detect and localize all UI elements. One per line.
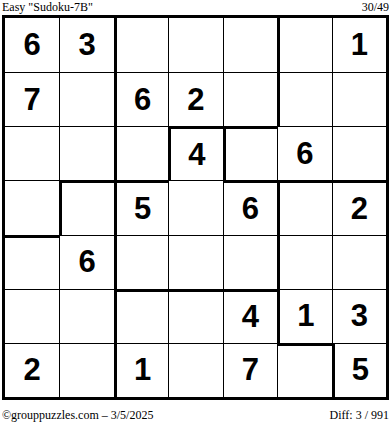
cell-r1c4-empty[interactable] (168, 18, 222, 72)
cell-r7c4-empty[interactable] (168, 343, 222, 397)
cell-r3c5-empty[interactable] (223, 126, 277, 180)
cell-r5c2-given: 6 (59, 235, 113, 289)
cell-r6c5-given: 4 (223, 289, 277, 343)
cell-r5c6-empty[interactable] (277, 235, 331, 289)
cell-r2c1-given: 7 (5, 72, 59, 126)
cell-r7c6-empty[interactable] (277, 343, 331, 397)
cell-r6c6-given: 1 (277, 289, 331, 343)
cell-r3c7-empty[interactable] (332, 126, 386, 180)
cell-r4c1-empty[interactable] (5, 180, 59, 234)
cell-r7c3-given: 1 (114, 343, 168, 397)
copyright-date-label: ©grouppuzzles.com – 3/5/2025 (2, 409, 153, 422)
sudoku-board: 6317624656264132175 (2, 15, 389, 400)
cell-r5c4-empty[interactable] (168, 235, 222, 289)
cell-r4c6-empty[interactable] (277, 180, 331, 234)
cell-r2c5-empty[interactable] (223, 72, 277, 126)
cell-r2c6-empty[interactable] (277, 72, 331, 126)
cell-r5c5-empty[interactable] (223, 235, 277, 289)
puzzle-title: Easy "Sudoku-7B" (2, 1, 93, 14)
cell-r1c5-empty[interactable] (223, 18, 277, 72)
cell-r3c1-empty[interactable] (5, 126, 59, 180)
cell-r7c2-empty[interactable] (59, 343, 113, 397)
cell-r1c1-given: 6 (5, 18, 59, 72)
cell-r5c7-empty[interactable] (332, 235, 386, 289)
cell-r1c2-given: 3 (59, 18, 113, 72)
cell-r1c6-empty[interactable] (277, 18, 331, 72)
cell-r6c7-given: 3 (332, 289, 386, 343)
cell-r5c1-empty[interactable] (5, 235, 59, 289)
cell-r4c3-given: 5 (114, 180, 168, 234)
cell-r4c4-empty[interactable] (168, 180, 222, 234)
cell-r6c2-empty[interactable] (59, 289, 113, 343)
cell-r1c3-empty[interactable] (114, 18, 168, 72)
cell-r6c3-empty[interactable] (114, 289, 168, 343)
cell-r2c3-given: 6 (114, 72, 168, 126)
cell-r7c7-given: 5 (332, 343, 386, 397)
cell-r6c1-empty[interactable] (5, 289, 59, 343)
cell-r2c7-empty[interactable] (332, 72, 386, 126)
cell-r4c2-empty[interactable] (59, 180, 113, 234)
cell-r2c2-empty[interactable] (59, 72, 113, 126)
cell-r4c7-given: 2 (332, 180, 386, 234)
cell-r1c7-given: 1 (332, 18, 386, 72)
cell-r6c4-empty[interactable] (168, 289, 222, 343)
cell-r3c3-empty[interactable] (114, 126, 168, 180)
cell-r5c3-empty[interactable] (114, 235, 168, 289)
empty-cells-counter: 30/49 (362, 1, 389, 14)
cell-r4c5-given: 6 (223, 180, 277, 234)
difficulty-label: Diff: 3 / 991 (330, 409, 389, 422)
cell-r2c4-given: 2 (168, 72, 222, 126)
cell-r7c5-given: 7 (223, 343, 277, 397)
cell-r3c6-given: 6 (277, 126, 331, 180)
cell-r7c1-given: 2 (5, 343, 59, 397)
cell-r3c4-given: 4 (168, 126, 222, 180)
cell-r3c2-empty[interactable] (59, 126, 113, 180)
